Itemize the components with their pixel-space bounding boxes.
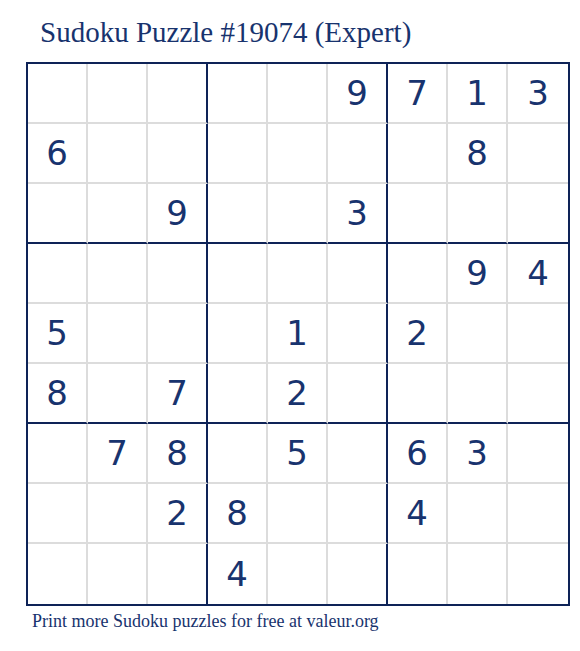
cell-r9c1[interactable] <box>28 544 88 604</box>
cell-r4c4[interactable] <box>208 244 268 304</box>
cell-r5c6[interactable] <box>328 304 388 364</box>
cell-r6c4[interactable] <box>208 364 268 424</box>
cell-r7c4[interactable] <box>208 424 268 484</box>
cell-r7c1[interactable] <box>28 424 88 484</box>
cell-r4c9[interactable]: 4 <box>508 244 568 304</box>
cell-r5c5[interactable]: 1 <box>268 304 328 364</box>
cell-r8c2[interactable] <box>88 484 148 544</box>
cell-r2c2[interactable] <box>88 124 148 184</box>
cell-r9c8[interactable] <box>448 544 508 604</box>
cell-r3c4[interactable] <box>208 184 268 244</box>
sudoku-page: Sudoku Puzzle #19074 (Expert) 9713689394… <box>0 0 580 651</box>
cell-r8c9[interactable] <box>508 484 568 544</box>
cell-r7c7[interactable]: 6 <box>388 424 448 484</box>
cell-r4c5[interactable] <box>268 244 328 304</box>
cell-r8c8[interactable] <box>448 484 508 544</box>
cell-r7c6[interactable] <box>328 424 388 484</box>
cell-r9c5[interactable] <box>268 544 328 604</box>
cell-r2c8[interactable]: 8 <box>448 124 508 184</box>
cell-r3c3[interactable]: 9 <box>148 184 208 244</box>
cell-r5c3[interactable] <box>148 304 208 364</box>
cell-r3c6[interactable]: 3 <box>328 184 388 244</box>
cell-r7c9[interactable] <box>508 424 568 484</box>
cell-r4c7[interactable] <box>388 244 448 304</box>
cell-r3c7[interactable] <box>388 184 448 244</box>
cell-r8c3[interactable]: 2 <box>148 484 208 544</box>
cell-r5c7[interactable]: 2 <box>388 304 448 364</box>
cell-r2c3[interactable] <box>148 124 208 184</box>
cell-r3c8[interactable] <box>448 184 508 244</box>
cell-r1c7[interactable]: 7 <box>388 64 448 124</box>
cell-r7c3[interactable]: 8 <box>148 424 208 484</box>
cell-r5c1[interactable]: 5 <box>28 304 88 364</box>
cell-r4c6[interactable] <box>328 244 388 304</box>
cell-r2c1[interactable]: 6 <box>28 124 88 184</box>
cell-r1c4[interactable] <box>208 64 268 124</box>
cell-r7c2[interactable]: 7 <box>88 424 148 484</box>
cell-r2c4[interactable] <box>208 124 268 184</box>
cell-r1c1[interactable] <box>28 64 88 124</box>
cell-r5c9[interactable] <box>508 304 568 364</box>
cell-r6c1[interactable]: 8 <box>28 364 88 424</box>
page-title: Sudoku Puzzle #19074 (Expert) <box>40 16 411 49</box>
cell-r8c6[interactable] <box>328 484 388 544</box>
cell-r3c2[interactable] <box>88 184 148 244</box>
cell-r1c6[interactable]: 9 <box>328 64 388 124</box>
cell-r4c8[interactable]: 9 <box>448 244 508 304</box>
cell-r6c8[interactable] <box>448 364 508 424</box>
cell-r6c5[interactable]: 2 <box>268 364 328 424</box>
cell-r9c9[interactable] <box>508 544 568 604</box>
cell-r3c1[interactable] <box>28 184 88 244</box>
footer-note: Print more Sudoku puzzles for free at va… <box>32 611 379 632</box>
cell-r8c5[interactable] <box>268 484 328 544</box>
sudoku-board: 9713689394512872785632844 <box>26 62 570 606</box>
cell-r5c4[interactable] <box>208 304 268 364</box>
cell-r1c2[interactable] <box>88 64 148 124</box>
cell-r8c4[interactable]: 8 <box>208 484 268 544</box>
cell-r8c1[interactable] <box>28 484 88 544</box>
cell-r7c5[interactable]: 5 <box>268 424 328 484</box>
cell-r6c3[interactable]: 7 <box>148 364 208 424</box>
cell-r9c2[interactable] <box>88 544 148 604</box>
cell-r9c4[interactable]: 4 <box>208 544 268 604</box>
cell-r2c6[interactable] <box>328 124 388 184</box>
cell-r5c2[interactable] <box>88 304 148 364</box>
cell-r4c1[interactable] <box>28 244 88 304</box>
cell-r5c8[interactable] <box>448 304 508 364</box>
cell-r4c3[interactable] <box>148 244 208 304</box>
cell-r7c8[interactable]: 3 <box>448 424 508 484</box>
cell-r1c5[interactable] <box>268 64 328 124</box>
cell-r9c3[interactable] <box>148 544 208 604</box>
cell-r8c7[interactable]: 4 <box>388 484 448 544</box>
cell-r6c9[interactable] <box>508 364 568 424</box>
cell-r2c7[interactable] <box>388 124 448 184</box>
cell-r9c6[interactable] <box>328 544 388 604</box>
cell-r4c2[interactable] <box>88 244 148 304</box>
cell-r6c7[interactable] <box>388 364 448 424</box>
cell-r3c5[interactable] <box>268 184 328 244</box>
cell-r3c9[interactable] <box>508 184 568 244</box>
cell-r1c3[interactable] <box>148 64 208 124</box>
cell-r1c9[interactable]: 3 <box>508 64 568 124</box>
cell-r6c6[interactable] <box>328 364 388 424</box>
cell-r2c5[interactable] <box>268 124 328 184</box>
cell-r1c8[interactable]: 1 <box>448 64 508 124</box>
cell-r9c7[interactable] <box>388 544 448 604</box>
cell-r6c2[interactable] <box>88 364 148 424</box>
cell-r2c9[interactable] <box>508 124 568 184</box>
